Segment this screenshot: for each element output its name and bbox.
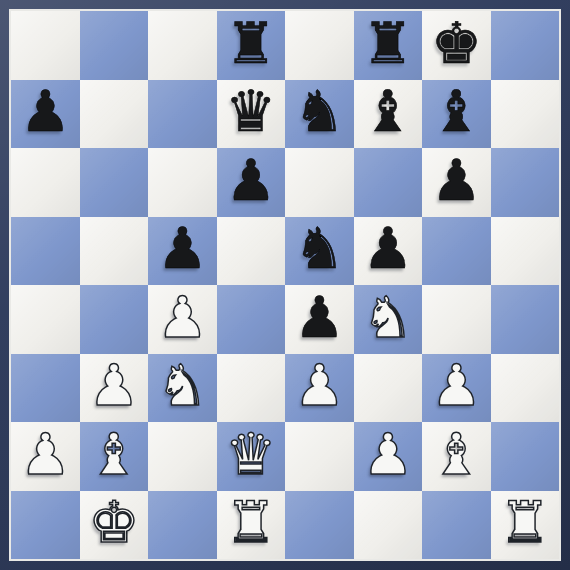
square-g7[interactable]: ♝ [422, 80, 491, 149]
square-f2[interactable]: ♟ [354, 422, 423, 491]
square-d6[interactable]: ♟ [217, 148, 286, 217]
square-e1[interactable] [285, 491, 354, 560]
piece-white-knight[interactable]: ♞ [157, 357, 208, 414]
square-c2[interactable] [148, 422, 217, 491]
piece-white-bishop[interactable]: ♝ [88, 426, 139, 483]
square-a1[interactable] [11, 491, 80, 560]
square-b1[interactable]: ♚ [80, 491, 149, 560]
square-b2[interactable]: ♝ [80, 422, 149, 491]
board-inner-border: ♜♜♚♟♛♞♝♝♟♟♟♞♟♟♟♞♟♞♟♟♟♝♛♟♝♚♜♜ [9, 9, 561, 561]
square-g3[interactable]: ♟ [422, 354, 491, 423]
piece-black-rook[interactable]: ♜ [362, 15, 413, 72]
square-c8[interactable] [148, 11, 217, 80]
square-e5[interactable]: ♞ [285, 217, 354, 286]
square-h1[interactable]: ♜ [491, 491, 560, 560]
piece-white-rook[interactable]: ♜ [225, 494, 276, 551]
piece-black-king[interactable]: ♚ [431, 15, 482, 72]
square-e3[interactable]: ♟ [285, 354, 354, 423]
piece-black-bishop[interactable]: ♝ [431, 83, 482, 140]
square-a7[interactable]: ♟ [11, 80, 80, 149]
square-f8[interactable]: ♜ [354, 11, 423, 80]
square-h7[interactable] [491, 80, 560, 149]
square-b4[interactable] [80, 285, 149, 354]
square-e4[interactable]: ♟ [285, 285, 354, 354]
square-h3[interactable] [491, 354, 560, 423]
square-b5[interactable] [80, 217, 149, 286]
piece-black-pawn[interactable]: ♟ [157, 220, 208, 277]
piece-black-rook[interactable]: ♜ [225, 15, 276, 72]
piece-white-pawn[interactable]: ♟ [431, 357, 482, 414]
square-d3[interactable] [217, 354, 286, 423]
piece-white-pawn[interactable]: ♟ [88, 357, 139, 414]
piece-black-pawn[interactable]: ♟ [431, 152, 482, 209]
piece-white-pawn[interactable]: ♟ [362, 426, 413, 483]
square-e7[interactable]: ♞ [285, 80, 354, 149]
piece-black-queen[interactable]: ♛ [225, 83, 276, 140]
piece-white-pawn[interactable]: ♟ [20, 426, 71, 483]
square-e6[interactable] [285, 148, 354, 217]
square-c5[interactable]: ♟ [148, 217, 217, 286]
piece-black-knight[interactable]: ♞ [294, 220, 345, 277]
square-b3[interactable]: ♟ [80, 354, 149, 423]
square-h8[interactable] [491, 11, 560, 80]
piece-black-knight[interactable]: ♞ [294, 83, 345, 140]
square-h4[interactable] [491, 285, 560, 354]
piece-white-bishop[interactable]: ♝ [431, 426, 482, 483]
square-c7[interactable] [148, 80, 217, 149]
square-h5[interactable] [491, 217, 560, 286]
chess-board: ♜♜♚♟♛♞♝♝♟♟♟♞♟♟♟♞♟♞♟♟♟♝♛♟♝♚♜♜ [11, 11, 559, 559]
square-f4[interactable]: ♞ [354, 285, 423, 354]
piece-white-knight[interactable]: ♞ [362, 289, 413, 346]
square-g5[interactable] [422, 217, 491, 286]
piece-white-queen[interactable]: ♛ [225, 426, 276, 483]
square-d5[interactable] [217, 217, 286, 286]
square-h6[interactable] [491, 148, 560, 217]
square-d7[interactable]: ♛ [217, 80, 286, 149]
square-c4[interactable]: ♟ [148, 285, 217, 354]
square-a6[interactable] [11, 148, 80, 217]
square-f3[interactable] [354, 354, 423, 423]
square-a4[interactable] [11, 285, 80, 354]
square-d8[interactable]: ♜ [217, 11, 286, 80]
square-d1[interactable]: ♜ [217, 491, 286, 560]
square-a2[interactable]: ♟ [11, 422, 80, 491]
square-d2[interactable]: ♛ [217, 422, 286, 491]
piece-black-pawn[interactable]: ♟ [294, 289, 345, 346]
square-g6[interactable]: ♟ [422, 148, 491, 217]
square-c6[interactable] [148, 148, 217, 217]
square-h2[interactable] [491, 422, 560, 491]
square-g8[interactable]: ♚ [422, 11, 491, 80]
square-b6[interactable] [80, 148, 149, 217]
square-b7[interactable] [80, 80, 149, 149]
square-g4[interactable] [422, 285, 491, 354]
square-f5[interactable]: ♟ [354, 217, 423, 286]
piece-white-pawn[interactable]: ♟ [157, 289, 208, 346]
piece-black-pawn[interactable]: ♟ [225, 152, 276, 209]
piece-white-rook[interactable]: ♜ [499, 494, 550, 551]
square-c3[interactable]: ♞ [148, 354, 217, 423]
square-b8[interactable] [80, 11, 149, 80]
piece-white-pawn[interactable]: ♟ [294, 357, 345, 414]
square-f1[interactable] [354, 491, 423, 560]
piece-black-pawn[interactable]: ♟ [20, 83, 71, 140]
square-e2[interactable] [285, 422, 354, 491]
square-a8[interactable] [11, 11, 80, 80]
square-a5[interactable] [11, 217, 80, 286]
piece-white-king[interactable]: ♚ [88, 494, 139, 551]
square-d4[interactable] [217, 285, 286, 354]
square-g1[interactable] [422, 491, 491, 560]
piece-black-pawn[interactable]: ♟ [362, 220, 413, 277]
square-f6[interactable] [354, 148, 423, 217]
square-a3[interactable] [11, 354, 80, 423]
board-frame: ♜♜♚♟♛♞♝♝♟♟♟♞♟♟♟♞♟♞♟♟♟♝♛♟♝♚♜♜ [0, 0, 570, 570]
piece-black-bishop[interactable]: ♝ [362, 83, 413, 140]
square-c1[interactable] [148, 491, 217, 560]
square-f7[interactable]: ♝ [354, 80, 423, 149]
square-e8[interactable] [285, 11, 354, 80]
square-g2[interactable]: ♝ [422, 422, 491, 491]
